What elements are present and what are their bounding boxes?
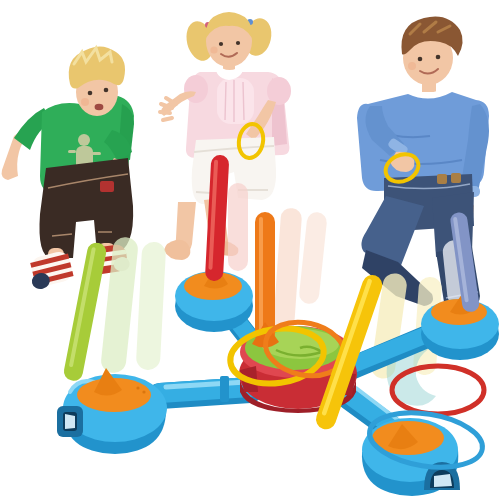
base-south bbox=[362, 418, 460, 496]
base-west bbox=[57, 368, 167, 454]
boy-green-eye-right bbox=[104, 88, 109, 93]
boy-blue-cheek bbox=[408, 62, 416, 70]
girl-cheek bbox=[210, 46, 217, 53]
boy-green-shorts-patch bbox=[100, 181, 114, 192]
illustration-canvas bbox=[0, 0, 500, 497]
boy-green-sock-left bbox=[26, 250, 74, 291]
ghost-peg-salmon-2 bbox=[298, 211, 328, 305]
boy-green-mouth bbox=[95, 104, 104, 110]
boy-blue-eye-right bbox=[436, 55, 441, 60]
base-west-dot1 bbox=[136, 386, 139, 389]
ghost-peg-salmon-1 bbox=[273, 207, 303, 334]
ghost-peg-green-2 bbox=[136, 241, 167, 370]
base-west-socket bbox=[57, 406, 83, 437]
girl-foot-tiptoe bbox=[164, 240, 190, 260]
girl-blouse-bib bbox=[217, 78, 254, 124]
girl-sleeve-left bbox=[184, 75, 208, 103]
girl-eye-left bbox=[219, 42, 223, 46]
base-west-dot2 bbox=[142, 390, 145, 393]
arm-west-seam bbox=[220, 376, 229, 402]
girl-eye-right bbox=[236, 41, 240, 45]
product-photo bbox=[0, 0, 500, 497]
boy-green-cheek bbox=[81, 98, 89, 106]
boy-blue-neck bbox=[422, 80, 436, 92]
ghost-peg-red bbox=[228, 183, 248, 271]
boy-green-eye-left bbox=[88, 91, 93, 96]
boy-blue-eye-left bbox=[418, 57, 423, 62]
